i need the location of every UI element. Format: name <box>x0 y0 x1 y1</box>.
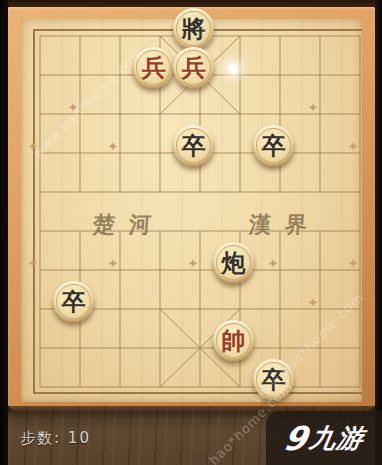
piece-glyph: 兵 <box>182 56 206 80</box>
piece-glyph: 炮 <box>222 251 246 275</box>
piece-glyph: 卒 <box>182 134 206 158</box>
river-label-chu: 楚河 <box>92 209 166 239</box>
right-edge-strip <box>375 0 382 465</box>
piece-glyph: 帥 <box>222 329 246 353</box>
left-edge-strip <box>0 0 8 465</box>
piece-glyph: 卒 <box>262 134 286 158</box>
step-counter-value: 10 <box>68 429 91 447</box>
piece-red-帥-f5r8[interactable]: 帥 <box>213 320 254 361</box>
piece-black-卒-f6r3[interactable]: 卒 <box>253 125 294 166</box>
jiuyou-logo-text: 九游 <box>308 425 367 451</box>
jiuyou-logo-9-glyph: 9 <box>281 422 310 455</box>
move-origin-dot <box>227 63 239 75</box>
piece-black-炮-f5r6[interactable]: 炮 <box>213 242 254 283</box>
top-edge-strip <box>0 0 382 7</box>
piece-glyph: 卒 <box>262 368 286 392</box>
xiangqi-board-frame: 楚河 漢界 ✦✦✦✦✦✦✦✦✦✦✦✦✦✦ 將兵兵卒卒炮卒帥卒 <box>7 6 376 412</box>
piece-red-兵-f3r1[interactable]: 兵 <box>133 47 174 88</box>
game-screen: 楚河 漢界 ✦✦✦✦✦✦✦✦✦✦✦✦✦✦ 將兵兵卒卒炮卒帥卒 步数: 10 ww… <box>0 0 382 465</box>
piece-black-卒-f6r9[interactable]: 卒 <box>253 359 294 400</box>
piece-glyph: 將 <box>182 17 206 41</box>
step-counter-label: 步数: <box>20 429 61 447</box>
piece-red-兵-f4r1[interactable]: 兵 <box>173 47 214 88</box>
piece-glyph: 卒 <box>62 290 86 314</box>
jiuyou-logo-watermark: 9 九游 <box>266 411 382 465</box>
piece-black-將-f4r0[interactable]: 將 <box>173 8 214 49</box>
piece-glyph: 兵 <box>142 56 166 80</box>
river-label-han: 漢界 <box>248 209 322 239</box>
xiangqi-board[interactable]: 楚河 漢界 ✦✦✦✦✦✦✦✦✦✦✦✦✦✦ 將兵兵卒卒炮卒帥卒 <box>21 19 362 402</box>
piece-black-卒-f4r3[interactable]: 卒 <box>173 125 214 166</box>
step-counter: 步数: 10 <box>20 429 91 448</box>
piece-black-卒-f1r7[interactable]: 卒 <box>53 281 94 322</box>
